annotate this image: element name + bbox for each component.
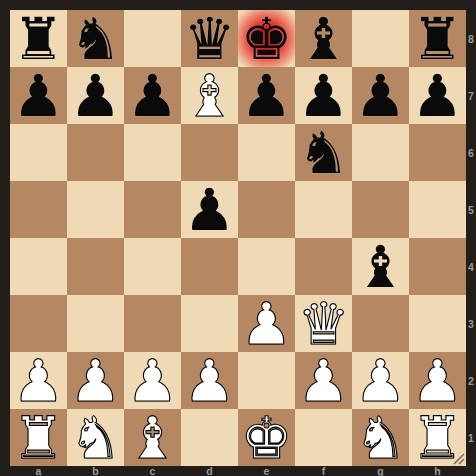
black-bishop-piece[interactable]: ♝ <box>298 10 350 68</box>
square-a4[interactable] <box>10 238 67 295</box>
square-b8[interactable]: ♞ <box>67 10 124 67</box>
file-label-b: b <box>67 466 124 476</box>
chess-board-frame: ♜♞♛♚♝♜♟♟♟♝♟♟♟♟♞♟♝♟♛♟♟♟♟♟♟♟♜♞♝♚♞♜ abcdefg… <box>0 0 476 476</box>
square-a7[interactable]: ♟ <box>10 67 67 124</box>
square-f6[interactable]: ♞ <box>295 124 352 181</box>
square-g7[interactable]: ♟ <box>352 67 409 124</box>
square-f4[interactable] <box>295 238 352 295</box>
square-h5[interactable] <box>409 181 466 238</box>
square-d3[interactable] <box>181 295 238 352</box>
square-c2[interactable]: ♟ <box>124 352 181 409</box>
file-label-a: a <box>10 466 67 476</box>
square-a8[interactable]: ♜ <box>10 10 67 67</box>
square-h8[interactable]: ♜ <box>409 10 466 67</box>
rank-label-5: 5 <box>466 181 476 238</box>
black-pawn-piece[interactable]: ♟ <box>70 67 122 125</box>
square-d8[interactable]: ♛ <box>181 10 238 67</box>
white-knight-piece[interactable]: ♞ <box>70 409 122 467</box>
black-pawn-piece[interactable]: ♟ <box>298 67 350 125</box>
square-b3[interactable] <box>67 295 124 352</box>
square-e8[interactable]: ♚ <box>238 10 295 67</box>
square-d5[interactable]: ♟ <box>181 181 238 238</box>
white-pawn-piece[interactable]: ♟ <box>412 352 464 410</box>
white-bishop-piece[interactable]: ♝ <box>184 67 236 125</box>
square-e1[interactable]: ♚ <box>238 409 295 466</box>
black-pawn-piece[interactable]: ♟ <box>127 67 179 125</box>
resize-handle-icon[interactable] <box>451 451 465 465</box>
square-f2[interactable]: ♟ <box>295 352 352 409</box>
rank-label-2: 2 <box>466 352 476 409</box>
black-pawn-piece[interactable]: ♟ <box>184 181 236 239</box>
square-d1[interactable] <box>181 409 238 466</box>
white-queen-piece[interactable]: ♛ <box>298 295 350 353</box>
rank-label-4: 4 <box>466 238 476 295</box>
square-c3[interactable] <box>124 295 181 352</box>
rank-label-3: 3 <box>466 295 476 352</box>
square-g6[interactable] <box>352 124 409 181</box>
square-b5[interactable] <box>67 181 124 238</box>
chess-board: ♜♞♛♚♝♜♟♟♟♝♟♟♟♟♞♟♝♟♛♟♟♟♟♟♟♟♜♞♝♚♞♜ <box>10 10 466 466</box>
square-h6[interactable] <box>409 124 466 181</box>
square-d7[interactable]: ♝ <box>181 67 238 124</box>
square-g1[interactable]: ♞ <box>352 409 409 466</box>
square-e5[interactable] <box>238 181 295 238</box>
black-knight-piece[interactable]: ♞ <box>70 10 122 68</box>
square-d2[interactable]: ♟ <box>181 352 238 409</box>
square-f7[interactable]: ♟ <box>295 67 352 124</box>
rank-labels: 87654321 <box>466 10 476 466</box>
rank-label-7: 7 <box>466 67 476 124</box>
square-c8[interactable] <box>124 10 181 67</box>
square-e6[interactable] <box>238 124 295 181</box>
square-f1[interactable] <box>295 409 352 466</box>
white-pawn-piece[interactable]: ♟ <box>184 352 236 410</box>
square-b1[interactable]: ♞ <box>67 409 124 466</box>
file-label-c: c <box>124 466 181 476</box>
file-labels: abcdefgh <box>10 466 466 476</box>
square-c7[interactable]: ♟ <box>124 67 181 124</box>
black-bishop-piece[interactable]: ♝ <box>355 238 407 296</box>
white-pawn-piece[interactable]: ♟ <box>355 352 407 410</box>
square-a2[interactable]: ♟ <box>10 352 67 409</box>
resize-diagonal-lines <box>451 451 465 465</box>
file-label-f: f <box>295 466 352 476</box>
white-bishop-piece[interactable]: ♝ <box>127 409 179 467</box>
black-knight-piece[interactable]: ♞ <box>298 124 350 182</box>
square-e4[interactable] <box>238 238 295 295</box>
rank-label-8: 8 <box>466 10 476 67</box>
black-pawn-piece[interactable]: ♟ <box>241 67 293 125</box>
square-h7[interactable]: ♟ <box>409 67 466 124</box>
square-c5[interactable] <box>124 181 181 238</box>
white-pawn-piece[interactable]: ♟ <box>13 352 65 410</box>
square-a5[interactable] <box>10 181 67 238</box>
square-f3[interactable]: ♛ <box>295 295 352 352</box>
black-queen-piece[interactable]: ♛ <box>184 10 236 68</box>
white-king-piece[interactable]: ♚ <box>241 409 293 467</box>
square-a6[interactable] <box>10 124 67 181</box>
square-h3[interactable] <box>409 295 466 352</box>
file-label-h: h <box>409 466 466 476</box>
white-pawn-piece[interactable]: ♟ <box>70 352 122 410</box>
square-b7[interactable]: ♟ <box>67 67 124 124</box>
square-e7[interactable]: ♟ <box>238 67 295 124</box>
square-b6[interactable] <box>67 124 124 181</box>
white-pawn-piece[interactable]: ♟ <box>127 352 179 410</box>
file-label-e: e <box>238 466 295 476</box>
square-d6[interactable] <box>181 124 238 181</box>
white-rook-piece[interactable]: ♜ <box>13 409 65 467</box>
square-e3[interactable]: ♟ <box>238 295 295 352</box>
square-a1[interactable]: ♜ <box>10 409 67 466</box>
black-king-piece[interactable]: ♚ <box>241 10 293 68</box>
white-pawn-piece[interactable]: ♟ <box>241 295 293 353</box>
square-g3[interactable] <box>352 295 409 352</box>
square-c6[interactable] <box>124 124 181 181</box>
rank-label-6: 6 <box>466 124 476 181</box>
square-c4[interactable] <box>124 238 181 295</box>
square-e2[interactable] <box>238 352 295 409</box>
black-pawn-piece[interactable]: ♟ <box>13 67 65 125</box>
black-rook-piece[interactable]: ♜ <box>13 10 65 68</box>
square-f8[interactable]: ♝ <box>295 10 352 67</box>
square-g5[interactable] <box>352 181 409 238</box>
square-h2[interactable]: ♟ <box>409 352 466 409</box>
square-g4[interactable]: ♝ <box>352 238 409 295</box>
square-d4[interactable] <box>181 238 238 295</box>
black-pawn-piece[interactable]: ♟ <box>355 67 407 125</box>
square-b2[interactable]: ♟ <box>67 352 124 409</box>
square-f5[interactable] <box>295 181 352 238</box>
black-rook-piece[interactable]: ♜ <box>412 10 464 68</box>
rank-label-1: 1 <box>466 409 476 466</box>
square-b4[interactable] <box>67 238 124 295</box>
square-g2[interactable]: ♟ <box>352 352 409 409</box>
black-pawn-piece[interactable]: ♟ <box>412 67 464 125</box>
square-g8[interactable] <box>352 10 409 67</box>
file-label-d: d <box>181 466 238 476</box>
white-pawn-piece[interactable]: ♟ <box>298 352 350 410</box>
white-knight-piece[interactable]: ♞ <box>355 409 407 467</box>
square-c1[interactable]: ♝ <box>124 409 181 466</box>
file-label-g: g <box>352 466 409 476</box>
square-a3[interactable] <box>10 295 67 352</box>
square-h4[interactable] <box>409 238 466 295</box>
